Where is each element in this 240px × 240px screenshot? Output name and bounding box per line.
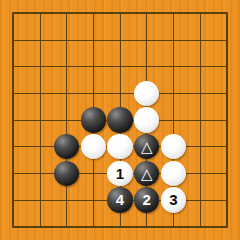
black-stone <box>81 107 107 133</box>
black-stone <box>54 134 80 160</box>
intersection-2-2[interactable] <box>27 27 54 54</box>
intersection-5-6[interactable] <box>107 133 134 160</box>
intersection-2-3[interactable] <box>27 53 54 80</box>
intersection-3-9[interactable] <box>53 213 80 240</box>
intersection-3-8[interactable] <box>53 187 80 214</box>
white-stone: 3 <box>161 187 187 213</box>
black-stone: △ <box>134 161 160 187</box>
intersection-7-2[interactable] <box>160 27 187 54</box>
white-stone: 1 <box>107 161 133 187</box>
intersection-6-7[interactable]: △ <box>133 160 160 187</box>
black-stone: 2 <box>134 187 160 213</box>
triangle-marker: △ <box>141 165 153 180</box>
intersection-3-7[interactable] <box>53 160 80 187</box>
intersection-6-8[interactable]: 2 <box>133 187 160 214</box>
intersection-9-8[interactable] <box>213 187 240 214</box>
intersection-7-4[interactable] <box>160 80 187 107</box>
intersection-1-1[interactable] <box>0 0 27 27</box>
go-board-grid: △1△423 <box>0 0 240 240</box>
intersection-1-5[interactable] <box>0 107 27 134</box>
intersection-5-9[interactable] <box>107 213 134 240</box>
white-stone <box>107 134 133 160</box>
intersection-9-2[interactable] <box>213 27 240 54</box>
intersection-8-4[interactable] <box>187 80 214 107</box>
intersection-2-8[interactable] <box>27 187 54 214</box>
intersection-5-7[interactable]: 1 <box>107 160 134 187</box>
intersection-4-1[interactable] <box>80 0 107 27</box>
intersection-5-2[interactable] <box>107 27 134 54</box>
intersection-4-3[interactable] <box>80 53 107 80</box>
intersection-2-7[interactable] <box>27 160 54 187</box>
black-stone: 4 <box>107 187 133 213</box>
intersection-1-3[interactable] <box>0 53 27 80</box>
intersection-3-3[interactable] <box>53 53 80 80</box>
white-stone <box>134 107 160 133</box>
intersection-9-6[interactable] <box>213 133 240 160</box>
black-stone <box>107 107 133 133</box>
intersection-8-7[interactable] <box>187 160 214 187</box>
intersection-3-1[interactable] <box>53 0 80 27</box>
white-stone <box>161 161 187 187</box>
intersection-3-2[interactable] <box>53 27 80 54</box>
intersection-5-3[interactable] <box>107 53 134 80</box>
intersection-9-7[interactable] <box>213 160 240 187</box>
intersection-1-7[interactable] <box>0 160 27 187</box>
intersection-9-9[interactable] <box>213 213 240 240</box>
intersection-1-8[interactable] <box>0 187 27 214</box>
intersection-2-4[interactable] <box>27 80 54 107</box>
intersection-2-1[interactable] <box>27 0 54 27</box>
intersection-1-4[interactable] <box>0 80 27 107</box>
intersection-8-2[interactable] <box>187 27 214 54</box>
intersection-5-5[interactable] <box>107 107 134 134</box>
intersection-4-8[interactable] <box>80 187 107 214</box>
intersection-8-1[interactable] <box>187 0 214 27</box>
triangle-marker: △ <box>141 139 153 154</box>
intersection-6-1[interactable] <box>133 0 160 27</box>
intersection-6-5[interactable] <box>133 107 160 134</box>
intersection-6-2[interactable] <box>133 27 160 54</box>
intersection-9-3[interactable] <box>213 53 240 80</box>
intersection-3-6[interactable] <box>53 133 80 160</box>
intersection-2-6[interactable] <box>27 133 54 160</box>
intersection-4-7[interactable] <box>80 160 107 187</box>
white-stone <box>81 134 107 160</box>
intersection-7-3[interactable] <box>160 53 187 80</box>
intersection-6-3[interactable] <box>133 53 160 80</box>
intersection-4-5[interactable] <box>80 107 107 134</box>
intersection-7-8[interactable]: 3 <box>160 187 187 214</box>
intersection-8-8[interactable] <box>187 187 214 214</box>
intersection-6-6[interactable]: △ <box>133 133 160 160</box>
intersection-4-2[interactable] <box>80 27 107 54</box>
intersection-8-9[interactable] <box>187 213 214 240</box>
intersection-8-6[interactable] <box>187 133 214 160</box>
intersection-7-9[interactable] <box>160 213 187 240</box>
intersection-7-6[interactable] <box>160 133 187 160</box>
intersection-9-4[interactable] <box>213 80 240 107</box>
intersection-1-9[interactable] <box>0 213 27 240</box>
intersection-7-7[interactable] <box>160 160 187 187</box>
intersection-7-5[interactable] <box>160 107 187 134</box>
intersection-5-4[interactable] <box>107 80 134 107</box>
move-number-label: 4 <box>116 192 124 207</box>
intersection-8-3[interactable] <box>187 53 214 80</box>
intersection-3-4[interactable] <box>53 80 80 107</box>
white-stone <box>134 81 160 107</box>
move-number-label: 3 <box>169 192 177 207</box>
intersection-8-5[interactable] <box>187 107 214 134</box>
intersection-1-6[interactable] <box>0 133 27 160</box>
black-stone: △ <box>134 134 160 160</box>
go-board: △1△423 <box>0 0 240 240</box>
intersection-1-2[interactable] <box>0 27 27 54</box>
intersection-6-9[interactable] <box>133 213 160 240</box>
intersection-4-9[interactable] <box>80 213 107 240</box>
intersection-2-9[interactable] <box>27 213 54 240</box>
intersection-5-1[interactable] <box>107 0 134 27</box>
intersection-4-6[interactable] <box>80 133 107 160</box>
white-stone <box>161 134 187 160</box>
black-stone <box>54 161 80 187</box>
intersection-9-1[interactable] <box>213 0 240 27</box>
move-number-label: 1 <box>116 166 124 181</box>
intersection-3-5[interactable] <box>53 107 80 134</box>
intersection-2-5[interactable] <box>27 107 54 134</box>
intersection-7-1[interactable] <box>160 0 187 27</box>
intersection-5-8[interactable]: 4 <box>107 187 134 214</box>
intersection-4-4[interactable] <box>80 80 107 107</box>
move-number-label: 2 <box>142 192 150 207</box>
intersection-6-4[interactable] <box>133 80 160 107</box>
intersection-9-5[interactable] <box>213 107 240 134</box>
